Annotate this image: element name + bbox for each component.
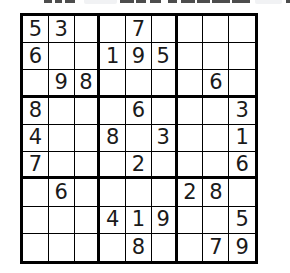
- cropped-text-fragment: [150, 0, 161, 3]
- sudoku-cell-r2c6[interactable]: 5: [152, 43, 178, 70]
- sudoku-cell-r4c2[interactable]: [49, 98, 75, 125]
- sudoku-cell-r9c3[interactable]: [75, 234, 101, 261]
- sudoku-cell-r6c9[interactable]: 6: [229, 152, 255, 179]
- sudoku-cell-r6c7[interactable]: [178, 152, 204, 179]
- cropped-text-fragment: [120, 0, 134, 3]
- cropped-text-fragment: [212, 0, 230, 3]
- sudoku-cell-r4c4[interactable]: [100, 98, 126, 125]
- sudoku-cell-r5c8[interactable]: [203, 125, 229, 152]
- sudoku-cell-r2c2[interactable]: [49, 43, 75, 70]
- sudoku-cell-r9c8[interactable]: 7: [203, 234, 229, 261]
- sudoku-cell-r5c5[interactable]: [126, 125, 152, 152]
- sudoku-cell-r8c6[interactable]: 9: [152, 207, 178, 234]
- sudoku-cell-r4c5[interactable]: 6: [126, 98, 152, 125]
- sudoku-cell-r2c1[interactable]: 6: [23, 43, 49, 70]
- sudoku-cell-r8c8[interactable]: [203, 207, 229, 234]
- sudoku-board: 537619598686348317266284195879: [20, 13, 258, 264]
- sudoku-cell-r6c4[interactable]: [100, 152, 126, 179]
- cropped-text-fragment: [168, 0, 177, 3]
- cropped-text-fragment: [136, 0, 146, 3]
- sudoku-cell-r6c1[interactable]: 7: [23, 152, 49, 179]
- sudoku-cell-r3c5[interactable]: [126, 70, 152, 97]
- sudoku-cell-r7c9[interactable]: [229, 179, 255, 206]
- sudoku-cell-r4c8[interactable]: [203, 98, 229, 125]
- sudoku-cell-r7c8[interactable]: 8: [203, 179, 229, 206]
- sudoku-cell-r7c4[interactable]: [100, 179, 126, 206]
- sudoku-cell-r6c5[interactable]: 2: [126, 152, 152, 179]
- sudoku-cell-r9c6[interactable]: [152, 234, 178, 261]
- sudoku-cell-r3c2[interactable]: 9: [49, 70, 75, 97]
- sudoku-cell-r8c3[interactable]: [75, 207, 101, 234]
- sudoku-cell-r2c8[interactable]: [203, 43, 229, 70]
- sudoku-cell-r3c8[interactable]: 6: [203, 70, 229, 97]
- sudoku-cell-r3c3[interactable]: 8: [75, 70, 101, 97]
- cropped-text-fragment: [232, 0, 250, 3]
- sudoku-cell-r8c5[interactable]: 1: [126, 207, 152, 234]
- sudoku-cell-r9c7[interactable]: [178, 234, 204, 261]
- cropped-text-fragment: [181, 0, 195, 3]
- sudoku-cell-r5c9[interactable]: 1: [229, 125, 255, 152]
- sudoku-cell-r9c4[interactable]: [100, 234, 126, 261]
- cropped-text-fragment: [65, 0, 75, 3]
- sudoku-cell-r8c7[interactable]: [178, 207, 204, 234]
- cropped-highlight-fragment: [84, 0, 117, 4]
- sudoku-cell-r5c6[interactable]: 3: [152, 125, 178, 152]
- sudoku-cell-r1c6[interactable]: [152, 16, 178, 43]
- sudoku-cell-r9c2[interactable]: [49, 234, 75, 261]
- sudoku-cell-r7c6[interactable]: [152, 179, 178, 206]
- sudoku-cell-r7c5[interactable]: [126, 179, 152, 206]
- sudoku-cell-r3c7[interactable]: [178, 70, 204, 97]
- sudoku-cell-r7c7[interactable]: 2: [178, 179, 204, 206]
- sudoku-cell-r2c7[interactable]: [178, 43, 204, 70]
- sudoku-cell-r1c3[interactable]: [75, 16, 101, 43]
- sudoku-cell-r1c7[interactable]: [178, 16, 204, 43]
- sudoku-cell-r1c2[interactable]: 3: [49, 16, 75, 43]
- sudoku-cell-r6c2[interactable]: [49, 152, 75, 179]
- sudoku-cell-r4c1[interactable]: 8: [23, 98, 49, 125]
- sudoku-cell-r6c8[interactable]: [203, 152, 229, 179]
- sudoku-cell-r4c7[interactable]: [178, 98, 204, 125]
- sudoku-cell-r3c6[interactable]: [152, 70, 178, 97]
- sudoku-cell-r8c4[interactable]: 4: [100, 207, 126, 234]
- sudoku-cell-r9c9[interactable]: 9: [229, 234, 255, 261]
- sudoku-cell-r5c2[interactable]: [49, 125, 75, 152]
- sudoku-cell-r2c9[interactable]: [229, 43, 255, 70]
- cropped-text-strip: [0, 0, 290, 5]
- cropped-text-fragment: [197, 0, 210, 3]
- sudoku-cell-r9c1[interactable]: [23, 234, 49, 261]
- sudoku-cell-r3c1[interactable]: [23, 70, 49, 97]
- sudoku-cell-r4c3[interactable]: [75, 98, 101, 125]
- sudoku-cell-r2c5[interactable]: 9: [126, 43, 152, 70]
- sudoku-cell-r3c4[interactable]: [100, 70, 126, 97]
- sudoku-cell-r7c1[interactable]: [23, 179, 49, 206]
- cropped-highlight-fragment: [255, 0, 282, 4]
- cropped-text-fragment: [286, 0, 290, 3]
- sudoku-cell-r4c9[interactable]: 3: [229, 98, 255, 125]
- sudoku-cell-r6c3[interactable]: [75, 152, 101, 179]
- cropped-text-fragment: [44, 0, 52, 3]
- sudoku-cell-r7c2[interactable]: 6: [49, 179, 75, 206]
- sudoku-cell-r1c1[interactable]: 5: [23, 16, 49, 43]
- sudoku-cell-r2c4[interactable]: 1: [100, 43, 126, 70]
- sudoku-cell-r8c1[interactable]: [23, 207, 49, 234]
- sudoku-cell-r1c9[interactable]: [229, 16, 255, 43]
- sudoku-cell-r8c9[interactable]: 5: [229, 207, 255, 234]
- sudoku-cell-r6c6[interactable]: [152, 152, 178, 179]
- sudoku-cell-r5c7[interactable]: [178, 125, 204, 152]
- sudoku-cell-r1c4[interactable]: [100, 16, 126, 43]
- sudoku-cell-r1c5[interactable]: 7: [126, 16, 152, 43]
- sudoku-cell-r5c3[interactable]: [75, 125, 101, 152]
- sudoku-cell-r7c3[interactable]: [75, 179, 101, 206]
- cropped-text-fragment: [55, 0, 62, 3]
- sudoku-cell-r5c1[interactable]: 4: [23, 125, 49, 152]
- sudoku-cell-r2c3[interactable]: [75, 43, 101, 70]
- sudoku-cell-r3c9[interactable]: [229, 70, 255, 97]
- sudoku-cell-r8c2[interactable]: [49, 207, 75, 234]
- sudoku-cell-r5c4[interactable]: 8: [100, 125, 126, 152]
- sudoku-cell-r1c8[interactable]: [203, 16, 229, 43]
- sudoku-cell-r4c6[interactable]: [152, 98, 178, 125]
- sudoku-cell-r9c5[interactable]: 8: [126, 234, 152, 261]
